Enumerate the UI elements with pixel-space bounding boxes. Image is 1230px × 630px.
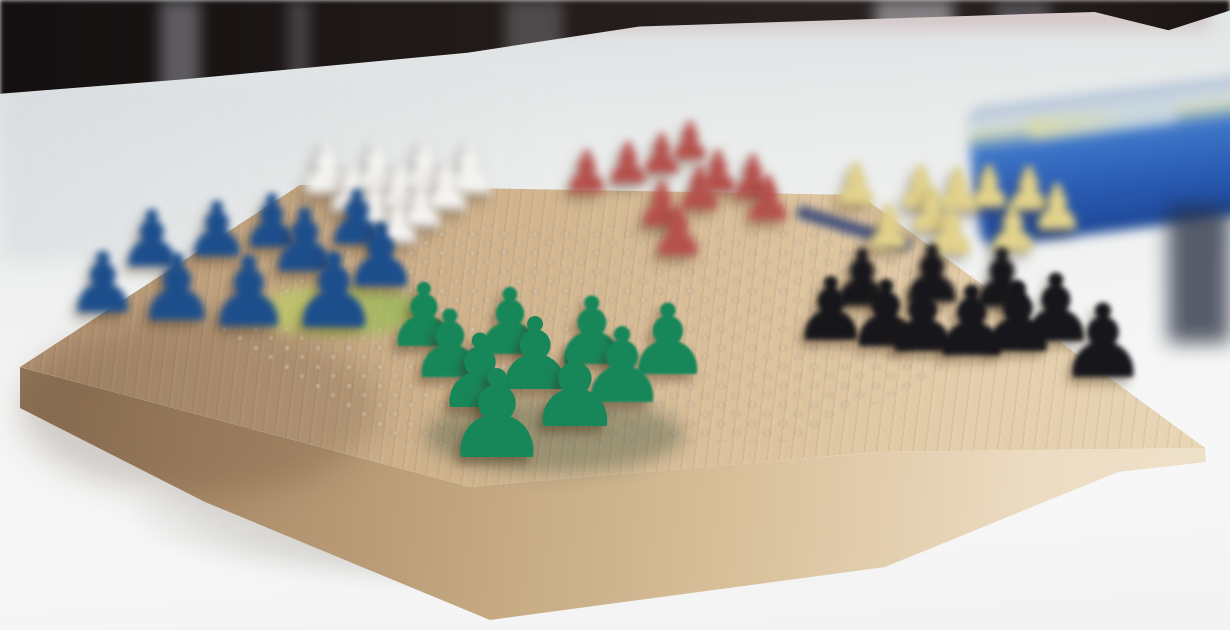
- photo-scene: ♟♟♟♟♟♟♟♟♟♟♟♟♟♟♟♟♟♟♟♟♟♟♟♟♟♟♟♟♟♟♟♟♟♟♟♟♟♟♟♟…: [0, 0, 1230, 630]
- pawn-black[interactable]: ♟: [1057, 291, 1148, 393]
- pawn-blue[interactable]: ♟: [65, 241, 140, 325]
- pawn-green[interactable]: ♟: [442, 354, 551, 476]
- pawn-blue[interactable]: ♟: [205, 243, 293, 341]
- pawn-black[interactable]: ♟: [929, 273, 1016, 370]
- game-box-shadow: [1168, 208, 1230, 343]
- pawn-blue[interactable]: ♟: [287, 239, 380, 343]
- pawn-red[interactable]: ♟: [740, 168, 796, 230]
- game-box-lid-art: [1026, 101, 1178, 141]
- pawn-red[interactable]: ♟: [648, 200, 707, 266]
- pawn-red[interactable]: ♟: [561, 143, 613, 201]
